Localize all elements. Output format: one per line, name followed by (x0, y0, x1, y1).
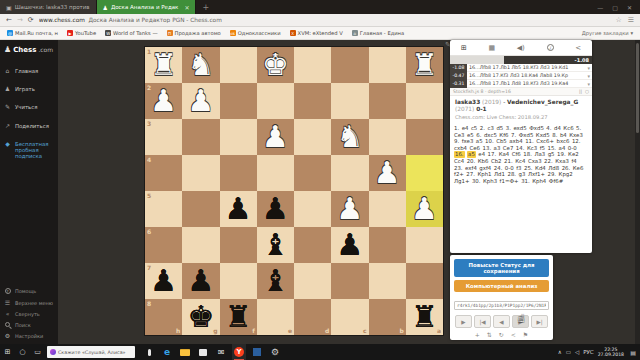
square-c7[interactable] (331, 263, 368, 299)
new-tab-button[interactable]: + (196, 0, 215, 14)
black-player-name[interactable]: Vedenichev_Serega_G (507, 99, 578, 105)
square-f5[interactable]: ♟ (220, 191, 257, 227)
square-e1[interactable]: ♚ (257, 47, 294, 83)
move-number[interactable]: 20. (467, 158, 476, 165)
move-number[interactable]: 15. (548, 145, 557, 152)
tab2-favicon: ♟ (103, 4, 108, 11)
move-number[interactable]: 3. (506, 125, 511, 132)
square-a5[interactable]: ♟ (406, 191, 443, 227)
white-pawn-h2[interactable]: ♟ (145, 83, 182, 119)
tab-close-icon[interactable]: ✕ (184, 4, 189, 11)
move[interactable]: 0-0 (505, 165, 514, 172)
square-f6[interactable] (220, 227, 257, 263)
browser-scrollbar[interactable] (635, 40, 640, 344)
system-tray: ∧ ▭ ◁ РУС 22:25 27.09.2018 ▤ (558, 347, 640, 357)
file-label: e (288, 327, 292, 334)
file-label: c (363, 327, 367, 334)
engine-line-eval: -0.47 (450, 72, 467, 80)
move[interactable]: e4 (462, 125, 469, 132)
eval-black-part: -1.08 (504, 56, 592, 64)
move[interactable]: Кc6 (563, 125, 573, 132)
move[interactable]: axb4 (509, 138, 522, 145)
engine-line[interactable]: -0.4716...Лfb8 17.Кf3 Лd3 18.Кa4 Лab8 19… (450, 72, 592, 80)
move-number[interactable]: 2. (480, 125, 485, 132)
square-h2[interactable]: 2♟ (145, 83, 182, 119)
move[interactable]: d4 (554, 125, 561, 132)
move[interactable]: Фxd5 (529, 125, 544, 132)
square-h4[interactable]: 4 (145, 155, 182, 191)
move-number[interactable]: 9. (454, 138, 459, 145)
square-d3[interactable] (294, 119, 331, 155)
move[interactable]: Сc4 (454, 158, 464, 165)
black-rook-f8[interactable]: ♜ (220, 299, 257, 335)
move[interactable]: Кe2 (568, 151, 579, 158)
bookmark-item[interactable]: @Mail.Ru почта, н (7, 30, 58, 36)
square-h3[interactable]: 3 (145, 119, 182, 155)
move[interactable]: Кc3 (527, 145, 537, 152)
square-g5[interactable] (182, 191, 219, 227)
square-e4[interactable] (257, 155, 294, 191)
flip-icon[interactable]: ⇅ (487, 331, 492, 338)
reload-icon[interactable]: ⟳ (28, 16, 34, 24)
sidebar-item-label: Настройки (15, 333, 43, 339)
move[interactable]: 0-0 (568, 145, 577, 152)
sidebar-item-label: Поиск (15, 322, 31, 328)
browser-tab-bar: ▣ Шашечки: laska33 против ♟ Доска Анализ… (0, 0, 640, 14)
sidebar-item-menu[interactable]: ☰Верхнее меню (0, 297, 58, 308)
black-pawn-e5[interactable]: ♟ (257, 191, 294, 227)
chevron-down-icon[interactable]: ▾ (585, 73, 592, 79)
square-d5[interactable] (294, 191, 331, 227)
speaker-icon[interactable]: ◀) (517, 44, 525, 52)
chesscom-logo[interactable]: ♟ Chess.com (0, 40, 58, 62)
engine-line-moves: 16...Лfb8 17.Лb1 Лd8 18.Кf3 Лd3 19.Кa4 (467, 81, 585, 86)
move[interactable]: Сb2 (491, 158, 502, 165)
stop-engine-icon[interactable]: ○ (585, 89, 589, 94)
forward-icon[interactable]: → (17, 16, 23, 24)
sidebar-item-label: Свернуть (15, 311, 40, 317)
square-a2[interactable] (406, 83, 443, 119)
square-a8[interactable]: a♜ (406, 299, 443, 335)
square-d4[interactable] (294, 155, 331, 191)
white-knight-c3[interactable]: ♞ (331, 119, 368, 155)
fen-input[interactable] (454, 301, 549, 310)
move[interactable]: Лg1+ (454, 178, 469, 185)
white-pawn-e3[interactable]: ♟ (257, 119, 294, 155)
reset-icon[interactable]: ↻ (499, 331, 504, 338)
move[interactable]: e4 (478, 151, 485, 158)
move-number[interactable]: 6. (476, 132, 481, 139)
move[interactable]: g3 (519, 171, 526, 178)
white-pawn-g2[interactable]: ♟ (182, 83, 219, 119)
move[interactable]: Сe6 (470, 145, 481, 152)
move[interactable]: Фxd5 (519, 132, 534, 139)
square-f4[interactable] (220, 155, 257, 191)
analysis-board-icon[interactable]: ⊞ (461, 44, 467, 52)
tray-date: 27.09.2018 (598, 352, 624, 357)
square-a4[interactable] (406, 155, 443, 191)
share-icon[interactable]: < (511, 331, 516, 338)
square-d8[interactable]: d (294, 299, 331, 335)
square-f8[interactable]: f♜ (220, 299, 257, 335)
sidebar-item-collapse[interactable]: «Свернуть (0, 308, 58, 319)
taskbar-app-edge[interactable]: e (160, 344, 174, 360)
move-number[interactable]: 21. (504, 158, 513, 165)
info-icon[interactable]: i (547, 44, 554, 51)
move-number[interactable]: 7. (511, 132, 516, 139)
move-number[interactable]: 22. (544, 158, 553, 165)
move[interactable]: Сb5 (496, 138, 507, 145)
minimize-icon[interactable]: — (597, 4, 603, 11)
move[interactable]: exf4 (465, 165, 477, 172)
file-label: d (325, 327, 329, 334)
move[interactable]: Кxa3 (555, 158, 569, 165)
play-move-button[interactable]: ▶ (455, 315, 472, 328)
prev-move-button[interactable]: ◀ (493, 315, 510, 328)
bookmark-item[interactable]: WWorld of Tanks — (105, 30, 157, 36)
square-h6[interactable]: 6 (145, 227, 182, 263)
black-player-rating: (2071) (455, 106, 474, 112)
move-number[interactable]: 28. (507, 171, 516, 178)
alisa-placeholder: Скажите «Слушай, Алиса» (58, 350, 126, 355)
board-editor-icon[interactable]: ▦ (488, 44, 495, 52)
square-h8[interactable]: 8h (145, 299, 182, 335)
sidebar-item-diamond[interactable]: ◆Бесплатная пробная подписка (0, 135, 58, 166)
last-move-button[interactable]: ▶| (531, 315, 548, 328)
move[interactable]: Сe7 (503, 145, 514, 152)
start-button[interactable]: ⊞ (0, 348, 15, 356)
move[interactable]: e5 (467, 132, 474, 139)
square-c6[interactable]: ♟ (331, 227, 368, 263)
move[interactable]: Сxc6+ (536, 138, 554, 145)
move-number[interactable]: 31. (521, 178, 530, 185)
search-icon (4, 322, 11, 328)
square-f7[interactable] (220, 263, 257, 299)
move[interactable]: Лxf1+ (528, 171, 545, 178)
move[interactable]: gxf4 (479, 165, 491, 172)
task-view-icon[interactable]: ▭ (30, 348, 45, 356)
move-number[interactable]: 18. (523, 151, 532, 158)
sidebar-item-learn[interactable]: ✎Учиться (0, 98, 58, 116)
move[interactable]: Крh1 (477, 171, 491, 178)
square-g7[interactable]: ♟ (182, 263, 219, 299)
alisa-icon (50, 349, 56, 355)
square-g2[interactable]: ♟ (182, 83, 219, 119)
move[interactable]: fxe3 (462, 138, 474, 145)
move[interactable]: Кb6 (478, 158, 489, 165)
sidebar-item-label: Играть (15, 86, 35, 92)
tray-language[interactable]: РУС (583, 349, 594, 355)
white-knight-g1[interactable]: ♞ (182, 47, 219, 83)
move[interactable]: Сxa3 (528, 158, 542, 165)
analysis-panel: ⊞ ▦ ◀) i < -1.08 -1.0816...Лfb8 17.Лb1 Л… (450, 40, 592, 253)
sidebar-item-label: Поделиться (15, 123, 49, 129)
move-number[interactable]: 13. (483, 145, 492, 152)
move[interactable]: Сe3 (454, 132, 465, 139)
square-a7[interactable] (406, 263, 443, 299)
bookmark-star-icon[interactable]: ☆ (615, 16, 621, 24)
square-b6[interactable] (369, 227, 406, 263)
square-c2[interactable] (331, 83, 368, 119)
white-rook-h1[interactable]: ♜ (145, 47, 182, 83)
bookmark-label: Одноклассники (238, 30, 281, 36)
pause-engine-icon[interactable]: || (579, 89, 582, 94)
move-number[interactable]: 23. (454, 165, 463, 172)
engine-status-row: Stockfish.js 8 · depth=16 || ○ (450, 88, 592, 96)
move[interactable]: a4 (559, 145, 566, 152)
bookmark-item[interactable]: okОдноклассники (230, 30, 281, 36)
chess-board: 1♜♞♚♜2♟♟3♟♞4♟5♟♟♟♟6♝♟7♟♟♝8hg♚f♜edcba♜ (145, 47, 443, 335)
move[interactable]: Лd8 (548, 165, 559, 172)
square-d6[interactable] (294, 227, 331, 263)
white-pawn-c5[interactable]: ♟ (331, 191, 368, 227)
sidebar-item-play[interactable]: ♟Играть (0, 80, 58, 98)
back-icon[interactable]: ← (6, 16, 12, 24)
black-pawn-f5[interactable]: ♟ (220, 191, 257, 227)
tab1-label: Шашечки: laska33 против (15, 4, 90, 10)
square-a1[interactable]: ♜ (406, 47, 443, 83)
tray-clock[interactable]: 22:25 27.09.2018 (598, 347, 624, 357)
evaluation-bar: -1.08 (450, 56, 592, 64)
engine-line[interactable]: -0.3116...Лfb8 17.Лb1 Лd8 18.Кf3 Лd3 19.… (450, 80, 592, 88)
taskbar-app-store[interactable] (196, 344, 210, 360)
square-c4[interactable] (331, 155, 368, 191)
square-b8[interactable]: b (369, 299, 406, 335)
move-number[interactable]: 30. (472, 178, 481, 185)
square-f3[interactable] (220, 119, 257, 155)
taskbar-app-folder[interactable] (178, 344, 192, 360)
taskbar-app-yandex[interactable]: Y (232, 344, 246, 360)
square-e3[interactable]: ♟ (257, 119, 294, 155)
white-pawn-a5[interactable]: ♟ (406, 191, 443, 227)
move[interactable]: b4 (560, 132, 567, 139)
move[interactable]: Кf6 (499, 132, 508, 139)
square-e8[interactable]: e (257, 299, 294, 335)
square-h5[interactable]: 5 (145, 191, 182, 227)
move-number[interactable]: 19. (557, 151, 566, 158)
move-number[interactable]: 12. (572, 138, 581, 145)
other-bookmarks[interactable]: Другие закладки ▾ (582, 30, 633, 36)
move[interactable]: c5 (471, 125, 477, 132)
square-g4[interactable] (182, 155, 219, 191)
white-king-e1[interactable]: ♚ (257, 47, 294, 83)
bookmark-favicon: X (290, 30, 296, 36)
move-number[interactable]: 5. (576, 125, 581, 132)
move[interactable]: a3 (494, 145, 501, 152)
move-number[interactable]: 16. (454, 151, 465, 158)
close-icon[interactable]: ✕ (627, 4, 632, 11)
move[interactable]: Кa4 (499, 151, 510, 158)
taskbar-app-photos[interactable] (250, 344, 264, 360)
move[interactable]: f1=Ф+ (500, 178, 519, 185)
move-number[interactable]: 8. (552, 132, 557, 139)
square-b5[interactable] (369, 191, 406, 227)
tray-chevron-icon[interactable]: ∧ (558, 349, 562, 355)
collapse-icon: « (4, 311, 11, 317)
move[interactable]: Кe6 (573, 165, 584, 172)
chevron-down-icon[interactable]: ▾ (585, 65, 592, 71)
move[interactable]: a5 (476, 138, 483, 145)
square-d1[interactable] (294, 47, 331, 83)
notification-center-icon[interactable]: ▤ (628, 349, 638, 356)
share-icon[interactable]: < (575, 44, 581, 52)
white-rook-a1[interactable]: ♜ (406, 47, 443, 83)
bookmark-label: YouTube (75, 30, 96, 36)
square-d7[interactable] (294, 263, 331, 299)
move[interactable]: exd5 (513, 125, 526, 132)
address-bar: ← → ⟳ www.chess.com Доска Анализа и Реда… (0, 14, 640, 27)
move[interactable]: a5 (467, 151, 476, 158)
move[interactable]: Лa3 (534, 151, 545, 158)
move-number[interactable]: 26. (562, 165, 571, 172)
move-number[interactable]: 1. (454, 125, 459, 132)
square-e5[interactable]: ♟ (257, 191, 294, 227)
move[interactable]: Сf6 (512, 151, 521, 158)
square-g3[interactable] (182, 119, 219, 155)
first-move-button[interactable]: |◀ (474, 315, 491, 328)
square-c3[interactable]: ♞ (331, 119, 368, 155)
square-h1[interactable]: 1♜ (145, 47, 182, 83)
square-e7[interactable]: ♝ (257, 263, 294, 299)
bookmark-item[interactable]: ⌂Главная - Едина (352, 30, 404, 36)
move-number[interactable]: 27. (466, 171, 475, 178)
maximize-icon[interactable]: ▢ (612, 4, 618, 11)
square-d2[interactable] (294, 83, 331, 119)
move-number[interactable]: 29. (547, 171, 556, 178)
move[interactable]: Крh4 (532, 178, 546, 185)
move[interactable]: Кd4 (535, 165, 546, 172)
screen: ▣ Шашечки: laska33 против ♟ Доска Анализ… (0, 0, 640, 360)
move-number[interactable]: 11. (525, 138, 534, 145)
move[interactable]: f3 (516, 165, 521, 172)
bookmark-favicon: П (167, 30, 173, 36)
square-e6[interactable]: ♝ (257, 227, 294, 263)
menu-icon[interactable]: ☰ (628, 16, 634, 24)
square-a3[interactable] (406, 119, 443, 155)
white-player-name[interactable]: laska33 (455, 99, 480, 105)
sidebar-item-home[interactable]: ⌂Главная (0, 62, 58, 80)
move-number[interactable]: 14. (516, 145, 525, 152)
move[interactable]: f4 (571, 158, 576, 165)
move[interactable]: g5 (548, 151, 555, 158)
tray-volume-icon[interactable]: ◁ (575, 349, 579, 355)
square-c8[interactable]: c (331, 299, 368, 335)
move[interactable]: bxc6 (556, 138, 569, 145)
move[interactable]: f5 (540, 145, 545, 152)
square-h7[interactable]: 7♟ (145, 263, 182, 299)
square-c1[interactable] (331, 47, 368, 83)
move[interactable]: c3 (487, 125, 493, 132)
move[interactable]: cxb4 (454, 145, 467, 152)
bookmark-item[interactable]: ▶YouTube (67, 30, 96, 36)
bookmark-item[interactable]: ППродажа автомо (167, 30, 221, 36)
move-number[interactable]: 4. (546, 125, 551, 132)
sidebar-item-settings[interactable]: ⚙Настройки (0, 331, 58, 342)
square-b4[interactable]: ♟ (369, 155, 406, 191)
move-number[interactable]: 25. (524, 165, 533, 172)
move[interactable]: Фf6# (549, 178, 564, 185)
computer-analysis-button[interactable]: Компьютерный анализ (454, 280, 549, 292)
black-pawn-g7[interactable]: ♟ (182, 263, 219, 299)
sidebar-item-help[interactable]: ?Помощь (0, 286, 58, 297)
tab-checkers[interactable]: ▣ Шашечки: laska33 против (0, 0, 97, 14)
scrollbar-thumb[interactable] (636, 43, 639, 133)
url-host: www.chess.com (39, 17, 85, 23)
rank-label: 6 (147, 228, 151, 235)
square-f1[interactable] (220, 47, 257, 83)
black-rook-a8[interactable]: ♜ (406, 299, 443, 335)
square-b2[interactable] (369, 83, 406, 119)
square-g8[interactable]: g♚ (182, 299, 219, 335)
square-c5[interactable]: ♟ (331, 191, 368, 227)
bookmark-item[interactable]: XXVM: eXtended V (290, 30, 343, 36)
taskbar-app-mail[interactable]: ✉ (214, 344, 228, 360)
move[interactable]: Крg2 (559, 171, 573, 178)
game-header: laska33 (2019) - Vedenichev_Serega_G (20… (450, 96, 592, 123)
add-icon[interactable]: + (475, 331, 480, 338)
tab-analysis-board[interactable]: ♟ Доска Анализа и Редак ✕ (97, 0, 197, 14)
engine-line[interactable]: -1.0816...Лfb8 17.Лb1 Лb5 18.Кf3 Лd3 19.… (450, 64, 592, 72)
rank-label: 8 (147, 300, 151, 307)
move[interactable]: f2+ (454, 171, 464, 178)
tray-display-icon[interactable]: ▭ (566, 349, 571, 355)
game-event: Chess.com: Live Chess: 2018.09.27 (455, 114, 587, 121)
bookmark-label: Главная - Едина (360, 30, 404, 36)
taskbar-app-mic[interactable] (142, 344, 156, 360)
move[interactable]: Кxe3 (569, 132, 583, 139)
upgrade-button[interactable]: Повысьте Статус для сохранения (454, 259, 549, 277)
square-e2[interactable] (257, 83, 294, 119)
taskbar-app-settings[interactable]: ⚙ (268, 344, 282, 360)
black-pawn-h7[interactable]: ♟ (145, 263, 182, 299)
move-number[interactable]: 17. (488, 151, 497, 158)
play-icon: ♟ (4, 86, 11, 92)
move[interactable]: Кc4 (515, 158, 525, 165)
move[interactable]: Крh3 (483, 178, 497, 185)
move[interactable]: Лd1 (494, 171, 505, 178)
taskbar-search-icon[interactable]: ○ (15, 348, 30, 356)
rank-label: 5 (147, 192, 151, 199)
chevron-down-icon[interactable]: ▾ (585, 81, 592, 87)
white-pawn-b4[interactable]: ♟ (369, 155, 406, 191)
share-icon: ↗ (4, 123, 11, 129)
move-number[interactable]: 10. (485, 138, 494, 145)
square-b7[interactable] (369, 263, 406, 299)
square-a6[interactable] (406, 227, 443, 263)
move[interactable]: Кxd5 (536, 132, 550, 139)
home-icon: ⌂ (4, 68, 11, 74)
move[interactable]: dxc5 (484, 132, 497, 139)
square-g1[interactable]: ♞ (182, 47, 219, 83)
alisa-search-box[interactable]: Скажите «Слушай, Алиса» (47, 346, 135, 358)
square-f2[interactable] (220, 83, 257, 119)
square-g6[interactable] (182, 227, 219, 263)
url-text[interactable]: www.chess.com Доска Анализа и Редактор P… (39, 17, 222, 23)
move-number[interactable]: 24. (494, 165, 503, 172)
sidebar-item-search[interactable]: Поиск (0, 320, 58, 331)
move[interactable]: d5 (496, 125, 503, 132)
square-b1[interactable] (369, 47, 406, 83)
sidebar-item-share[interactable]: ↗Поделиться (0, 117, 58, 135)
flag-icon[interactable]: ⚑ (523, 331, 528, 338)
white-player-rating: (2019) (482, 99, 501, 105)
black-bishop-e6[interactable]: ♝ (257, 227, 294, 263)
engine-line-moves: 16...Лfb8 17.Кf3 Лd3 18.Кa4 Лab8 19.Кр (467, 73, 585, 78)
black-bishop-e7[interactable]: ♝ (257, 263, 294, 299)
black-pawn-c6[interactable]: ♟ (331, 227, 368, 263)
black-king-g8[interactable]: ♚ (182, 299, 219, 335)
square-b3[interactable] (369, 119, 406, 155)
